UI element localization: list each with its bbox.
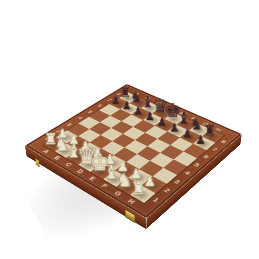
photo-scene: ♜♞♝♛♚♝♞♜♟♟♟♟♟♟♟♟♟♟♟♟♟♟♟♟♜♞♝♛♚♝♞♜ ABCDEFG… [0, 0, 259, 259]
black-pawn[interactable]: ♟ [192, 133, 208, 145]
brass-hook-icon [35, 158, 39, 167]
white-rook[interactable]: ♜ [129, 180, 147, 197]
